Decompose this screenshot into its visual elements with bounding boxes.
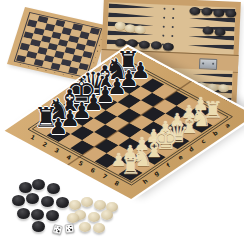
coordinate-tick — [45, 70, 47, 71]
checker-light — [69, 200, 81, 210]
coordinate-tick — [62, 74, 64, 75]
coordinate-tick — [28, 66, 30, 67]
backgammon-point — [188, 43, 234, 50]
checker-black — [47, 183, 60, 194]
backgammon-checker-black — [201, 8, 212, 16]
bar-inlay-dot — [163, 7, 165, 9]
checker-black — [19, 182, 32, 193]
white-rook-icon: ♜ — [121, 154, 141, 176]
checker-light — [93, 223, 105, 233]
product-photo-stage: 12345678hgfedcba♜♞♝♛♚♝♞♜♟♟♟♟♟♟♟♟♟♟♟♟♟♟♟♟… — [0, 0, 244, 244]
bar-inlay-dot — [163, 16, 165, 18]
backgammon-checker-black — [163, 42, 174, 50]
backgammon-point — [108, 12, 154, 19]
bar-inlay-dot — [171, 34, 173, 36]
backgammon-checker-black — [225, 10, 236, 18]
checker-black — [32, 179, 45, 190]
backgammon-point — [108, 3, 154, 10]
checker-black — [46, 210, 59, 221]
backgammon-point — [193, 72, 233, 78]
backgammon-checker-black — [189, 7, 200, 15]
checker-light — [101, 210, 113, 220]
backgammon-checker-black — [151, 41, 162, 49]
black-pawn-icon: ♟ — [49, 116, 69, 138]
checker-black — [41, 196, 54, 207]
checker-light — [79, 222, 91, 232]
coordinate-tick — [37, 68, 39, 69]
checker-black — [31, 209, 44, 220]
checker-black — [17, 208, 30, 219]
checker-black — [32, 221, 45, 232]
coordinate-tick — [54, 72, 56, 73]
coordinate-tick — [98, 45, 100, 46]
die-icon — [64, 223, 74, 233]
backgammon-point — [188, 34, 234, 41]
checker-light — [88, 212, 100, 222]
die-icon — [52, 224, 63, 235]
coordinate-tick — [95, 56, 97, 57]
backgammon-checker-black — [214, 28, 225, 36]
backgammon-checker-light — [134, 26, 145, 34]
bar-inlay-dot — [172, 25, 174, 27]
bar-inlay-dot — [163, 25, 165, 27]
checker-light — [94, 200, 106, 210]
coordinate-tick — [19, 64, 21, 65]
checker-light — [81, 197, 93, 207]
hinge — [199, 58, 217, 70]
checker-light — [67, 213, 79, 223]
bar-inlay-dot — [162, 34, 164, 36]
checker-black — [12, 195, 25, 206]
backgammon-checker-black — [202, 26, 213, 34]
checker-black — [26, 193, 39, 204]
backgammon-checker-black — [213, 9, 224, 17]
bar-inlay-dot — [172, 8, 174, 10]
coordinate-tick — [96, 51, 98, 52]
bar-inlay-dot — [172, 16, 174, 18]
checker-black — [56, 197, 69, 208]
